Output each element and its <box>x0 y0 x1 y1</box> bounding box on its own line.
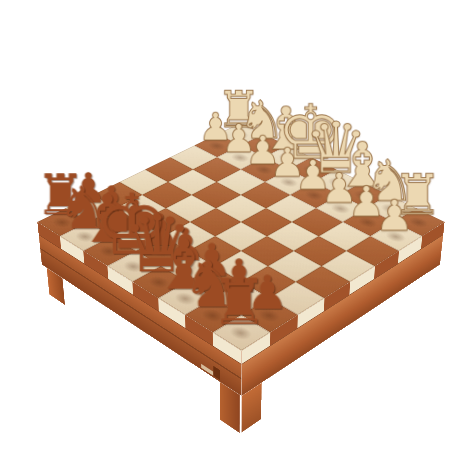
board-squares: ♜♞♝♚♛♝♞♜♟♟♟♟♟♟♟♟♟♟♟♟♟♟♟♟♜♞♝♚♛♝♞♜ <box>37 123 444 351</box>
scene: ♜♞♝♚♛♝♞♜♟♟♟♟♟♟♟♟♟♟♟♟♟♟♟♟♜♞♝♚♛♝♞♜ <box>0 0 474 474</box>
piece-bR[interactable]: ♜ <box>183 271 296 334</box>
chess-board: ♜♞♝♚♛♝♞♜♟♟♟♟♟♟♟♟♟♟♟♟♟♟♟♟♜♞♝♚♛♝♞♜ <box>37 123 444 351</box>
corner-foot-right-half <box>241 383 261 433</box>
product-photo: ♜♞♝♚♛♝♞♜♟♟♟♟♟♟♟♟♟♟♟♟♟♟♟♟♜♞♝♚♛♝♞♜ <box>0 0 474 474</box>
piece-wP[interactable]: ♟ <box>344 195 446 238</box>
left-foot <box>47 268 66 306</box>
corner-foot-left-half <box>220 382 240 434</box>
finger-joint <box>201 364 213 376</box>
drawer-notch <box>213 366 220 381</box>
